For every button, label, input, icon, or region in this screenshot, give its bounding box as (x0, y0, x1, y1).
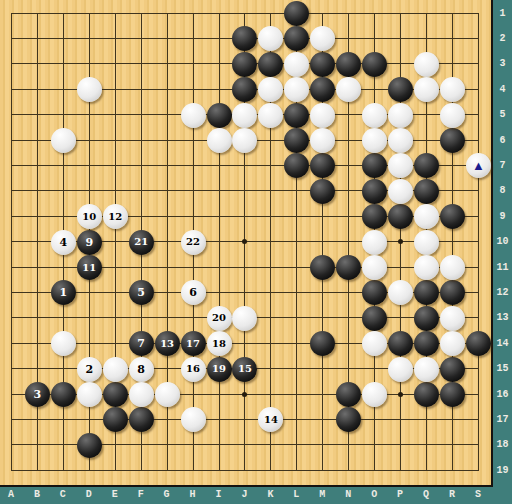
white-stone-Q9[interactable] (414, 204, 439, 229)
black-stone-F10[interactable]: 21 (129, 230, 154, 255)
black-stone-D10[interactable]: 9 (77, 230, 102, 255)
black-stone-M4[interactable] (310, 77, 335, 102)
row-label-6: 6 (493, 135, 512, 147)
white-stone-D15[interactable]: 2 (77, 357, 102, 382)
white-stone-I6[interactable] (207, 128, 232, 153)
row-label-19: 19 (493, 465, 512, 477)
white-stone-D16[interactable] (77, 382, 102, 407)
move-number: 11 (82, 263, 96, 273)
row-label-14: 14 (493, 338, 512, 350)
move-number: 18 (212, 339, 226, 349)
white-stone-N4[interactable] (336, 77, 361, 102)
row-label-10: 10 (493, 236, 512, 248)
black-stone-R12[interactable] (440, 280, 465, 305)
white-stone-M6[interactable] (310, 128, 335, 153)
black-stone-B16[interactable]: 3 (25, 382, 50, 407)
star-point (398, 239, 403, 244)
row-label-11: 11 (493, 262, 512, 274)
black-stone-F12[interactable]: 5 (129, 280, 154, 305)
white-stone-Q10[interactable] (414, 230, 439, 255)
move-number: 6 (189, 287, 197, 298)
black-stone-G14[interactable]: 13 (155, 331, 180, 356)
white-stone-R5[interactable] (440, 103, 465, 128)
col-label-C: C (53, 489, 73, 504)
col-label-M: M (312, 489, 332, 504)
row-label-9: 9 (493, 211, 512, 223)
row-label-1: 1 (493, 8, 512, 20)
white-stone-P7[interactable] (388, 153, 413, 178)
col-label-Q: Q (416, 489, 436, 504)
white-stone-F15[interactable]: 8 (129, 357, 154, 382)
white-stone-H15[interactable]: 16 (181, 357, 206, 382)
black-stone-N17[interactable] (336, 407, 361, 432)
white-stone-L3[interactable] (284, 52, 309, 77)
black-stone-R9[interactable] (440, 204, 465, 229)
black-stone-J3[interactable] (232, 52, 257, 77)
black-stone-Q12[interactable] (414, 280, 439, 305)
row-label-16: 16 (493, 389, 512, 401)
black-stone-P9[interactable] (388, 204, 413, 229)
white-stone-J5[interactable] (232, 103, 257, 128)
white-stone-H12[interactable]: 6 (181, 280, 206, 305)
white-stone-Q3[interactable] (414, 52, 439, 77)
white-stone-D9[interactable]: 10 (77, 204, 102, 229)
black-stone-Q14[interactable] (414, 331, 439, 356)
black-stone-S14[interactable] (466, 331, 491, 356)
row-label-7: 7 (493, 160, 512, 172)
black-stone-Q13[interactable] (414, 306, 439, 331)
black-stone-C16[interactable] (51, 382, 76, 407)
row-label-2: 2 (493, 33, 512, 45)
black-stone-H14[interactable]: 17 (181, 331, 206, 356)
white-stone-K4[interactable] (258, 77, 283, 102)
col-label-H: H (183, 489, 203, 504)
white-stone-K17[interactable]: 14 (258, 407, 283, 432)
white-stone-O11[interactable] (362, 255, 387, 280)
black-stone-O3[interactable] (362, 52, 387, 77)
move-number: 14 (264, 415, 278, 425)
col-label-N: N (338, 489, 358, 504)
col-label-P: P (390, 489, 410, 504)
white-stone-M2[interactable] (310, 26, 335, 51)
white-stone-R11[interactable] (440, 255, 465, 280)
row-label-4: 4 (493, 84, 512, 96)
col-label-E: E (105, 489, 125, 504)
black-stone-R6[interactable] (440, 128, 465, 153)
black-stone-F14[interactable]: 7 (129, 331, 154, 356)
black-stone-Q7[interactable] (414, 153, 439, 178)
star-point (398, 392, 403, 397)
col-label-R: R (442, 489, 462, 504)
white-stone-Q11[interactable] (414, 255, 439, 280)
black-stone-K3[interactable] (258, 52, 283, 77)
white-stone-P8[interactable] (388, 179, 413, 204)
triangle-marker-icon: ▲ (472, 159, 485, 172)
white-stone-S7[interactable]: ▲ (466, 153, 491, 178)
white-stone-P12[interactable] (388, 280, 413, 305)
white-stone-R14[interactable] (440, 331, 465, 356)
black-stone-J15[interactable]: 15 (232, 357, 257, 382)
white-stone-O10[interactable] (362, 230, 387, 255)
black-stone-L7[interactable] (284, 153, 309, 178)
black-stone-E16[interactable] (103, 382, 128, 407)
black-stone-R15[interactable] (440, 357, 465, 382)
white-stone-O6[interactable] (362, 128, 387, 153)
black-stone-O8[interactable] (362, 179, 387, 204)
white-stone-P15[interactable] (388, 357, 413, 382)
white-stone-K2[interactable] (258, 26, 283, 51)
white-stone-P5[interactable] (388, 103, 413, 128)
black-stone-L5[interactable] (284, 103, 309, 128)
white-stone-R4[interactable] (440, 77, 465, 102)
go-board[interactable]: 92111157131719153▲101242262018281614 (0, 0, 493, 487)
move-number: 17 (186, 339, 200, 349)
white-stone-J13[interactable] (232, 306, 257, 331)
black-stone-L1[interactable] (284, 1, 309, 26)
move-number: 13 (160, 339, 174, 349)
white-stone-E9[interactable]: 12 (103, 204, 128, 229)
white-stone-D4[interactable] (77, 77, 102, 102)
row-label-3: 3 (493, 58, 512, 70)
move-number: 15 (238, 364, 252, 374)
col-label-S: S (468, 489, 488, 504)
black-stone-N11[interactable] (336, 255, 361, 280)
white-stone-H5[interactable] (181, 103, 206, 128)
black-stone-P14[interactable] (388, 331, 413, 356)
black-stone-M8[interactable] (310, 179, 335, 204)
white-stone-E15[interactable] (103, 357, 128, 382)
white-stone-K5[interactable] (258, 103, 283, 128)
move-number: 2 (85, 364, 93, 375)
black-stone-O7[interactable] (362, 153, 387, 178)
col-label-O: O (364, 489, 384, 504)
move-number: 5 (137, 287, 145, 298)
move-number: 12 (108, 212, 122, 222)
black-stone-M11[interactable] (310, 255, 335, 280)
move-number: 4 (60, 237, 68, 248)
black-stone-N3[interactable] (336, 52, 361, 77)
black-stone-O12[interactable] (362, 280, 387, 305)
col-label-L: L (286, 489, 306, 504)
black-stone-M7[interactable] (310, 153, 335, 178)
move-number: 3 (34, 389, 42, 400)
black-stone-O13[interactable] (362, 306, 387, 331)
col-label-B: B (27, 489, 47, 504)
white-stone-O14[interactable] (362, 331, 387, 356)
black-stone-M3[interactable] (310, 52, 335, 77)
black-stone-O9[interactable] (362, 204, 387, 229)
move-number: 16 (186, 364, 200, 374)
white-stone-H17[interactable] (181, 407, 206, 432)
col-label-I: I (209, 489, 229, 504)
black-stone-J4[interactable] (232, 77, 257, 102)
white-stone-R13[interactable] (440, 306, 465, 331)
white-stone-P6[interactable] (388, 128, 413, 153)
white-stone-C6[interactable] (51, 128, 76, 153)
move-number: 21 (134, 237, 148, 247)
white-stone-C14[interactable] (51, 331, 76, 356)
black-stone-Q16[interactable] (414, 382, 439, 407)
row-label-18: 18 (493, 439, 512, 451)
move-number: 19 (212, 364, 226, 374)
black-stone-I5[interactable] (207, 103, 232, 128)
row-label-8: 8 (493, 185, 512, 197)
black-stone-L2[interactable] (284, 26, 309, 51)
col-label-K: K (260, 489, 280, 504)
move-number: 7 (137, 338, 145, 349)
white-stone-F16[interactable] (129, 382, 154, 407)
black-stone-D11[interactable]: 11 (77, 255, 102, 280)
star-point (242, 392, 247, 397)
row-label-15: 15 (493, 363, 512, 375)
black-stone-L6[interactable] (284, 128, 309, 153)
move-number: 9 (85, 237, 93, 248)
white-stone-I14[interactable]: 18 (207, 331, 232, 356)
row-label-17: 17 (493, 414, 512, 426)
col-label-F: F (131, 489, 151, 504)
white-stone-L4[interactable] (284, 77, 309, 102)
white-stone-H10[interactable]: 22 (181, 230, 206, 255)
black-stone-Q8[interactable] (414, 179, 439, 204)
white-stone-G16[interactable] (155, 382, 180, 407)
white-stone-M5[interactable] (310, 103, 335, 128)
black-stone-E17[interactable] (103, 407, 128, 432)
black-stone-I15[interactable]: 19 (207, 357, 232, 382)
col-label-G: G (157, 489, 177, 504)
go-diagram: 92111157131719153▲101242262018281614 ABC… (0, 0, 512, 504)
move-number: 1 (60, 287, 68, 298)
white-stone-Q15[interactable] (414, 357, 439, 382)
black-stone-J2[interactable] (232, 26, 257, 51)
row-label-13: 13 (493, 312, 512, 324)
col-label-A: A (1, 489, 21, 504)
row-label-12: 12 (493, 287, 512, 299)
white-stone-O16[interactable] (362, 382, 387, 407)
row-label-5: 5 (493, 109, 512, 121)
black-stone-N16[interactable] (336, 382, 361, 407)
black-stone-C12[interactable]: 1 (51, 280, 76, 305)
move-number: 22 (186, 237, 200, 247)
move-number: 20 (212, 313, 226, 323)
black-stone-F17[interactable] (129, 407, 154, 432)
white-stone-I13[interactable]: 20 (207, 306, 232, 331)
black-stone-M14[interactable] (310, 331, 335, 356)
white-stone-Q4[interactable] (414, 77, 439, 102)
white-stone-J6[interactable] (232, 128, 257, 153)
move-number: 10 (82, 212, 96, 222)
move-number: 8 (137, 364, 145, 375)
black-stone-P4[interactable] (388, 77, 413, 102)
black-stone-R16[interactable] (440, 382, 465, 407)
white-stone-C10[interactable]: 4 (51, 230, 76, 255)
star-point (242, 239, 247, 244)
white-stone-O5[interactable] (362, 103, 387, 128)
col-label-D: D (79, 489, 99, 504)
black-stone-D18[interactable] (77, 433, 102, 458)
col-label-J: J (234, 489, 254, 504)
